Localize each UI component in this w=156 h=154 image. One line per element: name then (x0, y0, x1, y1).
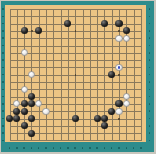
coordinate-tick (2, 140, 4, 142)
coordinate-tick (2, 89, 4, 91)
white-stone (115, 108, 122, 115)
white-stone (13, 100, 20, 107)
white-stone (42, 108, 49, 115)
coordinate-tick (31, 147, 33, 149)
star-point (31, 30, 33, 32)
coordinate-tick (89, 147, 91, 149)
coordinate-tick (23, 147, 25, 149)
black-stone (108, 71, 115, 78)
coordinate-tick (2, 81, 4, 83)
black-stone (21, 100, 28, 107)
coordinate-tick (2, 52, 4, 54)
grid-line-vertical (90, 9, 91, 141)
black-stone (28, 115, 35, 122)
white-stone (123, 100, 130, 107)
coordinate-tick (67, 147, 69, 149)
black-stone (35, 27, 42, 34)
coordinate-tick (74, 147, 76, 149)
black-stone (21, 108, 28, 115)
coordinate-tick (104, 147, 106, 149)
black-stone (28, 93, 35, 100)
coordinate-tick (126, 147, 128, 149)
white-stone (21, 49, 28, 56)
coordinate-tick (2, 110, 4, 112)
coordinate-tick (2, 103, 4, 105)
coordinate-tick (140, 147, 142, 149)
coordinate-tick (2, 132, 4, 134)
coordinate-tick (2, 37, 4, 39)
black-stone (101, 20, 108, 27)
black-stone (64, 20, 71, 27)
coordinate-tick (2, 16, 4, 18)
white-stone (123, 35, 130, 42)
black-stone (72, 115, 79, 122)
white-stone (123, 93, 130, 100)
white-stone (115, 35, 122, 42)
coordinate-tick (118, 147, 120, 149)
grid-line-horizontal (10, 140, 142, 141)
star-point (118, 30, 120, 32)
coordinate-tick (53, 147, 55, 149)
coordinate-tick (16, 147, 18, 149)
black-stone (13, 115, 20, 122)
grid-line-vertical (83, 9, 84, 141)
black-stone (28, 130, 35, 137)
black-stone (94, 115, 101, 122)
black-stone (101, 115, 108, 122)
white-stone (21, 86, 28, 93)
grid-line-vertical (134, 9, 135, 141)
black-stone (6, 115, 13, 122)
black-stone (115, 100, 122, 107)
black-stone (108, 108, 115, 115)
black-stone (21, 122, 28, 129)
black-stone (13, 108, 20, 115)
white-stone (35, 100, 42, 107)
black-stone (101, 122, 108, 129)
black-stone (123, 27, 130, 34)
star-point (118, 74, 120, 76)
black-stone (115, 20, 122, 27)
coordinate-tick (2, 125, 4, 127)
coordinate-tick (2, 67, 4, 69)
grid-line-vertical (141, 9, 142, 141)
black-stone (21, 27, 28, 34)
go-board[interactable] (5, 5, 146, 142)
coordinate-tick (96, 147, 98, 149)
grid-line-horizontal (10, 82, 142, 83)
coordinate-tick (2, 8, 4, 10)
go-app-window (0, 0, 156, 154)
black-stone (28, 100, 35, 107)
star-point (118, 118, 120, 120)
white-stone (28, 71, 35, 78)
coordinate-tick (2, 30, 4, 32)
coordinate-tick (45, 147, 47, 149)
grid-line-horizontal (10, 126, 142, 127)
coordinate-tick (2, 59, 4, 61)
grid-line-horizontal (10, 89, 142, 90)
